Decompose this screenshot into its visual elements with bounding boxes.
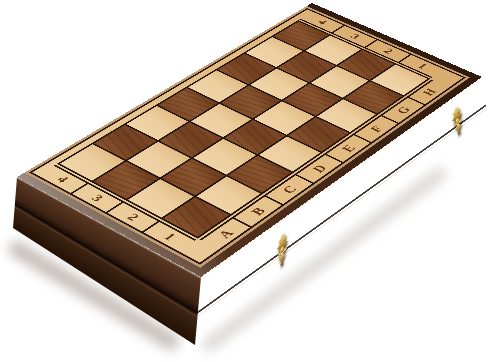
rank-label-left-text: 2: [123, 211, 143, 223]
rank-label-left-text: 1: [159, 230, 179, 242]
rank-label-right-text: 1: [414, 61, 430, 70]
file-label-text: F: [367, 124, 387, 134]
front-latch-right-icon: [448, 102, 467, 140]
file-label-text: D: [309, 163, 330, 175]
file-label-text: E: [338, 143, 358, 154]
rank-label-right-text: 2: [380, 46, 396, 55]
file-label-text: A: [214, 227, 237, 240]
front-latch-left-icon: [273, 229, 291, 272]
rank-label-right-text: 4: [314, 18, 330, 27]
latch-knob: [455, 117, 459, 125]
product-photo-stage: 4321 4321 ABCDEFGH: [0, 0, 500, 362]
rank-label-left-text: 3: [87, 192, 107, 204]
rank-label-left-text: 4: [52, 174, 71, 185]
file-label-text: B: [247, 205, 269, 217]
rank-label-right-text: 3: [347, 32, 363, 41]
file-label-text: H: [419, 87, 439, 98]
file-label-text: C: [278, 183, 300, 195]
file-label-text: G: [393, 105, 414, 116]
